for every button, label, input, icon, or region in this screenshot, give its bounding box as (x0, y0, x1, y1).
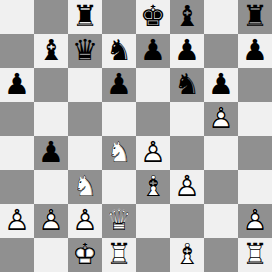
square-c6[interactable] (68, 68, 102, 102)
black-rook-icon: ♜ (68, 0, 102, 34)
black-pawn-icon: ♟ (238, 34, 272, 68)
black-pawn-icon: ♟ (136, 34, 170, 68)
square-a3[interactable] (0, 170, 34, 204)
black-knight-icon: ♞ (102, 34, 136, 68)
square-h1[interactable]: ♜♖ (238, 238, 272, 272)
black-pawn-icon: ♟ (34, 136, 68, 170)
square-e3[interactable]: ♝♗ (136, 170, 170, 204)
square-b1[interactable] (34, 238, 68, 272)
square-a2[interactable]: ♟♙ (0, 204, 34, 238)
square-c4[interactable] (68, 136, 102, 170)
white-pawn-icon: ♟♙ (34, 204, 68, 238)
black-bishop-icon: ♝ (170, 0, 204, 34)
square-f7[interactable]: ♟ (170, 34, 204, 68)
square-e7[interactable]: ♟ (136, 34, 170, 68)
square-d8[interactable] (102, 0, 136, 34)
square-h5[interactable] (238, 102, 272, 136)
white-bishop-icon: ♝♗ (136, 170, 170, 204)
square-g7[interactable] (204, 34, 238, 68)
white-pawn-icon: ♟♙ (204, 102, 238, 136)
white-queen-icon: ♛♕ (102, 204, 136, 238)
square-g2[interactable] (204, 204, 238, 238)
square-f1[interactable]: ♝♗ (170, 238, 204, 272)
square-e8[interactable]: ♚ (136, 0, 170, 34)
black-king-icon: ♚ (136, 0, 170, 34)
square-g4[interactable] (204, 136, 238, 170)
square-f2[interactable] (170, 204, 204, 238)
white-pawn-icon: ♟♙ (68, 204, 102, 238)
square-a5[interactable] (0, 102, 34, 136)
white-rook-icon: ♜♖ (238, 238, 272, 272)
square-a6[interactable]: ♟ (0, 68, 34, 102)
black-pawn-icon: ♟ (170, 34, 204, 68)
square-c8[interactable]: ♜ (68, 0, 102, 34)
square-e1[interactable] (136, 238, 170, 272)
square-f6[interactable]: ♞ (170, 68, 204, 102)
square-h4[interactable] (238, 136, 272, 170)
square-c3[interactable]: ♞♘ (68, 170, 102, 204)
square-h3[interactable] (238, 170, 272, 204)
square-d7[interactable]: ♞ (102, 34, 136, 68)
square-f4[interactable] (170, 136, 204, 170)
black-pawn-icon: ♟ (102, 68, 136, 102)
square-f5[interactable] (170, 102, 204, 136)
white-pawn-icon: ♟♙ (0, 204, 34, 238)
square-e6[interactable] (136, 68, 170, 102)
square-a4[interactable] (0, 136, 34, 170)
square-g3[interactable] (204, 170, 238, 204)
chess-diagram: ♜♚♝♜♝♛♞♟♟♟♟♟♞♟♟♙♟♞♘♟♙♞♘♝♗♟♙♟♙♟♙♟♙♛♕♟♙♚♔♜… (0, 0, 272, 272)
square-h7[interactable]: ♟ (238, 34, 272, 68)
white-king-icon: ♚♔ (68, 238, 102, 272)
square-d6[interactable]: ♟ (102, 68, 136, 102)
square-e4[interactable]: ♟♙ (136, 136, 170, 170)
black-bishop-icon: ♝ (34, 34, 68, 68)
square-b2[interactable]: ♟♙ (34, 204, 68, 238)
white-rook-icon: ♜♖ (102, 238, 136, 272)
square-g6[interactable]: ♟ (204, 68, 238, 102)
white-knight-icon: ♞♘ (68, 170, 102, 204)
square-c1[interactable]: ♚♔ (68, 238, 102, 272)
square-g1[interactable] (204, 238, 238, 272)
square-d3[interactable] (102, 170, 136, 204)
square-a7[interactable] (0, 34, 34, 68)
square-b8[interactable] (34, 0, 68, 34)
square-f8[interactable]: ♝ (170, 0, 204, 34)
square-a1[interactable] (0, 238, 34, 272)
black-rook-icon: ♜ (238, 0, 272, 34)
square-b5[interactable] (34, 102, 68, 136)
white-pawn-icon: ♟♙ (136, 136, 170, 170)
black-queen-icon: ♛ (68, 34, 102, 68)
square-c2[interactable]: ♟♙ (68, 204, 102, 238)
black-knight-icon: ♞ (170, 68, 204, 102)
square-d2[interactable]: ♛♕ (102, 204, 136, 238)
chess-board: ♜♚♝♜♝♛♞♟♟♟♟♟♞♟♟♙♟♞♘♟♙♞♘♝♗♟♙♟♙♟♙♟♙♛♕♟♙♚♔♜… (0, 0, 272, 272)
white-knight-icon: ♞♘ (102, 136, 136, 170)
square-a8[interactable] (0, 0, 34, 34)
white-pawn-icon: ♟♙ (170, 170, 204, 204)
square-f3[interactable]: ♟♙ (170, 170, 204, 204)
square-e5[interactable] (136, 102, 170, 136)
black-pawn-icon: ♟ (0, 68, 34, 102)
square-e2[interactable] (136, 204, 170, 238)
square-d5[interactable] (102, 102, 136, 136)
square-g5[interactable]: ♟♙ (204, 102, 238, 136)
square-b4[interactable]: ♟ (34, 136, 68, 170)
white-pawn-icon: ♟♙ (238, 204, 272, 238)
square-d1[interactable]: ♜♖ (102, 238, 136, 272)
square-b7[interactable]: ♝ (34, 34, 68, 68)
square-c5[interactable] (68, 102, 102, 136)
square-h2[interactable]: ♟♙ (238, 204, 272, 238)
square-d4[interactable]: ♞♘ (102, 136, 136, 170)
square-h8[interactable]: ♜ (238, 0, 272, 34)
square-b6[interactable] (34, 68, 68, 102)
square-b3[interactable] (34, 170, 68, 204)
black-pawn-icon: ♟ (204, 68, 238, 102)
square-g8[interactable] (204, 0, 238, 34)
white-bishop-icon: ♝♗ (170, 238, 204, 272)
square-c7[interactable]: ♛ (68, 34, 102, 68)
square-h6[interactable] (238, 68, 272, 102)
